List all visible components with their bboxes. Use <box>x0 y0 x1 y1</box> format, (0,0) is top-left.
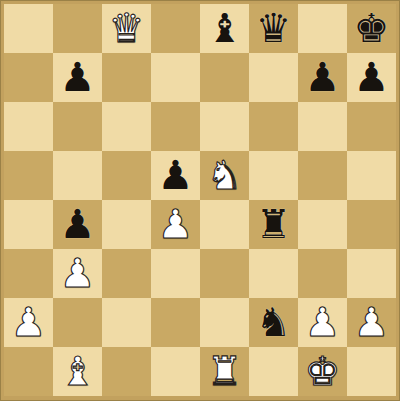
black-pawn[interactable]: ♟ <box>60 204 96 244</box>
square-d5[interactable]: ♟ <box>151 151 200 200</box>
square-e5[interactable]: ♞ <box>200 151 249 200</box>
square-c5[interactable] <box>102 151 151 200</box>
square-a6[interactable] <box>4 102 53 151</box>
square-d4[interactable]: ♟ <box>151 200 200 249</box>
square-h3[interactable] <box>347 249 396 298</box>
square-b2[interactable] <box>53 298 102 347</box>
white-pawn[interactable]: ♟ <box>158 204 194 244</box>
white-king[interactable]: ♚ <box>305 351 341 391</box>
white-knight[interactable]: ♞ <box>207 155 243 195</box>
square-c1[interactable] <box>102 347 151 396</box>
square-g5[interactable] <box>298 151 347 200</box>
black-pawn[interactable]: ♟ <box>158 155 194 195</box>
square-e7[interactable] <box>200 53 249 102</box>
square-e4[interactable] <box>200 200 249 249</box>
square-g2[interactable]: ♟ <box>298 298 347 347</box>
square-h7[interactable]: ♟ <box>347 53 396 102</box>
square-a5[interactable] <box>4 151 53 200</box>
square-f2[interactable]: ♞ <box>249 298 298 347</box>
black-rook[interactable]: ♜ <box>256 204 292 244</box>
square-h1[interactable] <box>347 347 396 396</box>
white-rook[interactable]: ♜ <box>207 351 243 391</box>
square-a4[interactable] <box>4 200 53 249</box>
square-f8[interactable]: ♛ <box>249 4 298 53</box>
square-a2[interactable]: ♟ <box>4 298 53 347</box>
square-e2[interactable] <box>200 298 249 347</box>
chess-board: ♛♝♛♚♟♟♟♟♞♟♟♜♟♟♞♟♟♝♜♚ <box>4 4 396 396</box>
square-b4[interactable]: ♟ <box>53 200 102 249</box>
square-d7[interactable] <box>151 53 200 102</box>
square-e6[interactable] <box>200 102 249 151</box>
white-pawn[interactable]: ♟ <box>354 302 390 342</box>
black-knight[interactable]: ♞ <box>256 302 292 342</box>
square-c6[interactable] <box>102 102 151 151</box>
square-g1[interactable]: ♚ <box>298 347 347 396</box>
white-queen[interactable]: ♛ <box>109 8 145 48</box>
square-e3[interactable] <box>200 249 249 298</box>
black-queen[interactable]: ♛ <box>256 8 292 48</box>
square-e1[interactable]: ♜ <box>200 347 249 396</box>
square-c8[interactable]: ♛ <box>102 4 151 53</box>
square-f3[interactable] <box>249 249 298 298</box>
square-d1[interactable] <box>151 347 200 396</box>
square-d6[interactable] <box>151 102 200 151</box>
square-a3[interactable] <box>4 249 53 298</box>
square-a1[interactable] <box>4 347 53 396</box>
square-b5[interactable] <box>53 151 102 200</box>
square-b1[interactable]: ♝ <box>53 347 102 396</box>
black-bishop[interactable]: ♝ <box>207 8 243 48</box>
white-pawn[interactable]: ♟ <box>305 302 341 342</box>
square-g6[interactable] <box>298 102 347 151</box>
white-pawn[interactable]: ♟ <box>11 302 47 342</box>
square-f6[interactable] <box>249 102 298 151</box>
black-king[interactable]: ♚ <box>354 8 390 48</box>
square-c7[interactable] <box>102 53 151 102</box>
square-c4[interactable] <box>102 200 151 249</box>
square-g7[interactable]: ♟ <box>298 53 347 102</box>
square-a7[interactable] <box>4 53 53 102</box>
black-pawn[interactable]: ♟ <box>354 57 390 97</box>
square-d8[interactable] <box>151 4 200 53</box>
square-h2[interactable]: ♟ <box>347 298 396 347</box>
black-pawn[interactable]: ♟ <box>305 57 341 97</box>
square-f4[interactable]: ♜ <box>249 200 298 249</box>
chess-board-frame: ♛♝♛♚♟♟♟♟♞♟♟♜♟♟♞♟♟♝♜♚ <box>0 0 400 401</box>
white-bishop[interactable]: ♝ <box>60 351 96 391</box>
square-h6[interactable] <box>347 102 396 151</box>
square-c3[interactable] <box>102 249 151 298</box>
square-b6[interactable] <box>53 102 102 151</box>
square-f1[interactable] <box>249 347 298 396</box>
white-pawn[interactable]: ♟ <box>60 253 96 293</box>
square-f7[interactable] <box>249 53 298 102</box>
square-h4[interactable] <box>347 200 396 249</box>
square-h5[interactable] <box>347 151 396 200</box>
square-h8[interactable]: ♚ <box>347 4 396 53</box>
square-g4[interactable] <box>298 200 347 249</box>
square-b8[interactable] <box>53 4 102 53</box>
square-b3[interactable]: ♟ <box>53 249 102 298</box>
square-e8[interactable]: ♝ <box>200 4 249 53</box>
black-pawn[interactable]: ♟ <box>60 57 96 97</box>
square-f5[interactable] <box>249 151 298 200</box>
square-g8[interactable] <box>298 4 347 53</box>
square-c2[interactable] <box>102 298 151 347</box>
square-g3[interactable] <box>298 249 347 298</box>
square-d2[interactable] <box>151 298 200 347</box>
square-a8[interactable] <box>4 4 53 53</box>
square-d3[interactable] <box>151 249 200 298</box>
square-b7[interactable]: ♟ <box>53 53 102 102</box>
